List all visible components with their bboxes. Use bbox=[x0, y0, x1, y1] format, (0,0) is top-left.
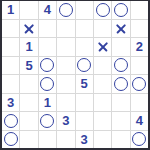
clue-number: 4 bbox=[136, 114, 143, 127]
circle-mark bbox=[59, 3, 73, 17]
cell-r2c1[interactable] bbox=[2, 20, 19, 38]
cell-r4c4[interactable] bbox=[57, 57, 74, 75]
cell-r1c2[interactable] bbox=[20, 1, 37, 19]
cell-r3c7[interactable] bbox=[112, 38, 129, 56]
cell-r5c8[interactable] bbox=[131, 75, 148, 93]
cell-r7c2[interactable] bbox=[20, 112, 37, 130]
cell-r1c7[interactable] bbox=[112, 1, 129, 19]
circle-mark bbox=[77, 58, 91, 72]
circle-mark bbox=[114, 58, 128, 72]
clue-number: 4 bbox=[44, 3, 51, 16]
cell-r3c6[interactable] bbox=[94, 38, 111, 56]
circle-mark bbox=[40, 114, 54, 128]
cell-r4c1[interactable] bbox=[2, 57, 19, 75]
cell-r3c3[interactable] bbox=[39, 38, 56, 56]
cell-r4c5[interactable] bbox=[76, 57, 93, 75]
circle-mark bbox=[132, 77, 146, 91]
circle-mark bbox=[40, 77, 54, 91]
cell-r6c3[interactable]: 1 bbox=[39, 94, 56, 112]
cell-r5c5[interactable]: 5 bbox=[76, 75, 93, 93]
cell-r8c4[interactable] bbox=[57, 131, 74, 149]
clue-number: 1 bbox=[44, 96, 51, 109]
clue-number: 3 bbox=[81, 133, 88, 146]
circle-mark bbox=[4, 114, 18, 128]
cell-r5c2[interactable] bbox=[20, 75, 37, 93]
cell-r3c2[interactable]: 1 bbox=[20, 38, 37, 56]
cell-r5c3[interactable] bbox=[39, 75, 56, 93]
cell-r2c2[interactable] bbox=[20, 20, 37, 38]
cell-r6c2[interactable] bbox=[20, 94, 37, 112]
cross-mark bbox=[23, 22, 35, 34]
cell-r2c4[interactable] bbox=[57, 20, 74, 38]
cross-mark bbox=[97, 41, 109, 53]
circle-mark bbox=[114, 3, 128, 17]
clue-number: 2 bbox=[136, 40, 143, 53]
cross-mark bbox=[115, 22, 127, 34]
cell-r3c8[interactable]: 2 bbox=[131, 38, 148, 56]
cell-r1c5[interactable] bbox=[76, 1, 93, 19]
cell-r4c3[interactable] bbox=[39, 57, 56, 75]
cell-r3c5[interactable] bbox=[76, 38, 93, 56]
cell-r5c4[interactable] bbox=[57, 75, 74, 93]
cell-r2c5[interactable] bbox=[76, 20, 93, 38]
circle-mark bbox=[4, 132, 18, 146]
cell-r8c5[interactable]: 3 bbox=[76, 131, 93, 149]
clue-number: 3 bbox=[7, 96, 14, 109]
clue-number: 1 bbox=[7, 3, 14, 16]
cell-r7c8[interactable]: 4 bbox=[131, 112, 148, 130]
cell-r7c6[interactable] bbox=[94, 112, 111, 130]
cell-r8c6[interactable] bbox=[94, 131, 111, 149]
cell-r7c4[interactable]: 3 bbox=[57, 112, 74, 130]
cell-r2c7[interactable] bbox=[112, 20, 129, 38]
circle-mark bbox=[96, 3, 110, 17]
cell-r7c5[interactable] bbox=[76, 112, 93, 130]
cell-r1c6[interactable] bbox=[94, 1, 111, 19]
cell-r1c8[interactable] bbox=[131, 1, 148, 19]
cell-r6c8[interactable] bbox=[131, 94, 148, 112]
cell-r1c3[interactable]: 4 bbox=[39, 1, 56, 19]
cell-r8c2[interactable] bbox=[20, 131, 37, 149]
cell-r7c1[interactable] bbox=[2, 112, 19, 130]
cell-r3c4[interactable] bbox=[57, 38, 74, 56]
circle-mark bbox=[114, 77, 128, 91]
circle-mark bbox=[40, 58, 54, 72]
cell-r6c7[interactable] bbox=[112, 94, 129, 112]
cell-r4c2[interactable]: 5 bbox=[20, 57, 37, 75]
cell-r2c3[interactable] bbox=[39, 20, 56, 38]
cell-r4c6[interactable] bbox=[94, 57, 111, 75]
circle-mark bbox=[132, 132, 146, 146]
cell-r4c8[interactable] bbox=[131, 57, 148, 75]
cell-r4c7[interactable] bbox=[112, 57, 129, 75]
cell-r2c8[interactable] bbox=[131, 20, 148, 38]
cell-r6c5[interactable] bbox=[76, 94, 93, 112]
cell-r1c1[interactable]: 1 bbox=[2, 1, 19, 19]
cell-r5c6[interactable] bbox=[94, 75, 111, 93]
cell-r7c7[interactable] bbox=[112, 112, 129, 130]
cell-r8c3[interactable] bbox=[39, 131, 56, 149]
cell-r5c1[interactable] bbox=[2, 75, 19, 93]
cell-r2c6[interactable] bbox=[94, 20, 111, 38]
puzzle-grid: 14125531343 bbox=[2, 1, 148, 148]
clue-number: 1 bbox=[25, 40, 32, 53]
cell-r5c7[interactable] bbox=[112, 75, 129, 93]
cell-r3c1[interactable] bbox=[2, 38, 19, 56]
clue-number: 5 bbox=[25, 59, 32, 72]
cell-r6c6[interactable] bbox=[94, 94, 111, 112]
cell-r6c4[interactable] bbox=[57, 94, 74, 112]
cell-r8c1[interactable] bbox=[2, 131, 19, 149]
cell-r8c8[interactable] bbox=[131, 131, 148, 149]
cell-r7c3[interactable] bbox=[39, 112, 56, 130]
cell-r1c4[interactable] bbox=[57, 1, 74, 19]
cell-r8c7[interactable] bbox=[112, 131, 129, 149]
clue-number: 3 bbox=[62, 114, 69, 127]
cell-r6c1[interactable]: 3 bbox=[2, 94, 19, 112]
clue-number: 5 bbox=[81, 77, 88, 90]
puzzle-board: 14125531343 bbox=[0, 0, 150, 150]
